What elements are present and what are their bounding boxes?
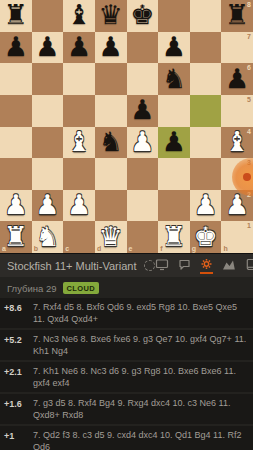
pv-row-3[interactable]: +2.17. Kh1 Ne6 8. Nc3 d6 9. g3 Rg8 10. B… <box>0 362 253 392</box>
white-bishop-piece: ♝ <box>225 127 249 158</box>
black-king-piece: ♚ <box>130 0 154 31</box>
board-square-g3[interactable] <box>190 158 222 190</box>
file-label: h <box>223 245 227 252</box>
board-square-d7[interactable]: ♟ <box>95 32 127 64</box>
board-square-h5[interactable]: 5 <box>221 95 253 127</box>
black-pawn-piece: ♟ <box>99 32 123 63</box>
board-square-g5[interactable] <box>190 95 222 127</box>
black-knight-piece: ♞ <box>99 127 123 158</box>
header-icons <box>155 258 253 274</box>
board-square-b2[interactable]: ♟ <box>32 190 64 222</box>
board-square-c6[interactable] <box>63 63 95 95</box>
board-square-c1[interactable]: c <box>63 221 95 253</box>
board-square-h6[interactable]: ♟6 <box>221 63 253 95</box>
black-pawn-piece: ♟ <box>162 32 186 63</box>
cloud-badge: CLOUD <box>63 282 100 294</box>
white-pawn-piece: ♟ <box>130 127 154 158</box>
board-square-e4[interactable]: ♟ <box>127 127 159 159</box>
black-pawn-piece: ♟ <box>130 95 154 126</box>
pv-moves: 7. Kh1 Ne6 8. Nc3 d6 9. g3 Rg8 10. Bxe6 … <box>33 365 248 389</box>
black-knight-piece: ♞ <box>162 64 186 95</box>
pv-eval: +5.2 <box>4 333 33 357</box>
board-square-h4[interactable]: ♝4 <box>221 127 253 159</box>
black-rook-piece: ♜ <box>4 0 28 31</box>
board-square-f2[interactable] <box>158 190 190 222</box>
board-square-e1[interactable]: e <box>127 221 159 253</box>
board-square-d3[interactable] <box>95 158 127 190</box>
board-square-a7[interactable]: ♟ <box>0 32 32 64</box>
gear-icon[interactable] <box>200 258 213 274</box>
board-square-e7[interactable] <box>127 32 159 64</box>
board-square-f4[interactable]: ♟ <box>158 127 190 159</box>
black-queen-piece: ♛ <box>99 0 123 31</box>
file-label: e <box>129 245 133 252</box>
board-square-c3[interactable] <box>63 158 95 190</box>
pv-row-1[interactable]: +8.67. Rxf4 d5 8. Bxf6 Qd6 9. exd5 Rg8 1… <box>0 298 253 328</box>
file-label: c <box>65 245 69 252</box>
rank-label: 7 <box>247 33 251 40</box>
board-square-c5[interactable] <box>63 95 95 127</box>
board-square-g8[interactable] <box>190 0 222 32</box>
board-square-b8[interactable] <box>32 0 64 32</box>
book-icon[interactable] <box>245 258 253 274</box>
board-square-c4[interactable]: ♝ <box>63 127 95 159</box>
board-square-e6[interactable] <box>127 63 159 95</box>
board-square-a5[interactable] <box>0 95 32 127</box>
chart-icon[interactable] <box>222 258 236 274</box>
pv-moves: 7. Rxf4 d5 8. Bxf6 Qd6 9. exd5 Rg8 10. B… <box>33 301 248 325</box>
engine-header: Stockfish 11+ Multi-Variant <box>0 253 253 277</box>
board-square-a1[interactable]: ♜a <box>0 221 32 253</box>
board-square-a8[interactable]: ♜ <box>0 0 32 32</box>
board-square-b5[interactable] <box>32 95 64 127</box>
pv-eval: +2.1 <box>4 365 33 389</box>
board-square-b7[interactable]: ♟ <box>32 32 64 64</box>
pv-eval: +8.6 <box>4 301 33 325</box>
analysis-screen: { "game": "chess", "position": { "fen": … <box>0 0 253 450</box>
board-square-g7[interactable] <box>190 32 222 64</box>
loading-spinner-icon <box>144 260 155 271</box>
black-rook-piece: ♜ <box>225 0 249 31</box>
black-pawn-piece: ♟ <box>35 32 59 63</box>
white-pawn-piece: ♟ <box>4 190 28 221</box>
pv-list: +8.67. Rxf4 d5 8. Bxf6 Qd6 9. exd5 Rg8 1… <box>0 298 253 450</box>
board-square-g1[interactable]: ♚g <box>190 221 222 253</box>
board-square-f6[interactable]: ♞ <box>158 63 190 95</box>
board-square-b4[interactable] <box>32 127 64 159</box>
white-queen-piece: ♛ <box>99 222 123 253</box>
white-king-piece: ♚ <box>193 222 217 253</box>
black-pawn-piece: ♟ <box>67 32 91 63</box>
black-bishop-piece: ♝ <box>67 0 91 31</box>
board-square-c2[interactable]: ♟ <box>63 190 95 222</box>
black-pawn-piece: ♟ <box>162 127 186 158</box>
board-square-f8[interactable] <box>158 0 190 32</box>
board-square-a6[interactable] <box>0 63 32 95</box>
board-square-f7[interactable]: ♟ <box>158 32 190 64</box>
board-square-e5[interactable]: ♟ <box>127 95 159 127</box>
chess-board: ♜♝♛♚♜8♟♟♟♟♟7♞♟6♟5♝♞♟♟♝43♟♟♟♟♟2♜a♞bc♛de♜f… <box>0 0 253 253</box>
board-square-d2[interactable] <box>95 190 127 222</box>
white-pawn-piece: ♟ <box>67 190 91 221</box>
board-square-f5[interactable] <box>158 95 190 127</box>
white-pawn-piece: ♟ <box>35 190 59 221</box>
board-square-g4[interactable] <box>190 127 222 159</box>
pv-moves: 7. Nc3 Ne6 8. Bxe6 fxe6 9. g3 Qe7 10. gx… <box>33 333 248 357</box>
board-square-d4[interactable]: ♞ <box>95 127 127 159</box>
board-square-e8[interactable]: ♚ <box>127 0 159 32</box>
black-pawn-piece: ♟ <box>225 64 249 95</box>
rank-label: 5 <box>247 96 251 103</box>
board-square-h8[interactable]: ♜8 <box>221 0 253 32</box>
board-square-f1[interactable]: ♜f <box>158 221 190 253</box>
board-square-h7[interactable]: 7 <box>221 32 253 64</box>
white-rook-piece: ♜ <box>4 222 28 253</box>
depth-label: Глубина 29 <box>7 283 57 294</box>
pv-eval: +1 <box>4 429 33 450</box>
white-bishop-piece: ♝ <box>67 127 91 158</box>
board-square-a3[interactable] <box>0 158 32 190</box>
board-square-a4[interactable] <box>0 127 32 159</box>
white-knight-piece: ♞ <box>35 222 59 253</box>
board-square-c7[interactable]: ♟ <box>63 32 95 64</box>
board-square-d8[interactable]: ♛ <box>95 0 127 32</box>
board-square-d6[interactable] <box>95 63 127 95</box>
board-square-b1[interactable]: ♞b <box>32 221 64 253</box>
pv-row-5[interactable]: +17. Qd2 f3 8. c3 d5 9. cxd4 dxc4 10. Qd… <box>0 426 253 450</box>
white-pawn-piece: ♟ <box>193 190 217 221</box>
engine-title: Stockfish 11+ Multi-Variant <box>7 260 137 272</box>
board-square-g6[interactable] <box>190 63 222 95</box>
pv-moves: 7. g3 d5 8. Rxf4 Bg4 9. Rxg4 dxc4 10. c3… <box>33 397 248 421</box>
board-square-d5[interactable] <box>95 95 127 127</box>
rank-label: 1 <box>247 222 251 229</box>
board-square-e2[interactable] <box>127 190 159 222</box>
board-square-a2[interactable]: ♟ <box>0 190 32 222</box>
board-square-h1[interactable]: 1h <box>221 221 253 253</box>
depth-row: Глубина 29 CLOUD <box>0 277 253 298</box>
pv-row-4[interactable]: +1.67. g3 d5 8. Rxf4 Bg4 9. Rxg4 dxc4 10… <box>0 394 253 424</box>
pv-moves: 7. Qd2 f3 8. c3 d5 9. cxd4 dxc4 10. Qd1 … <box>33 429 248 450</box>
black-pawn-piece: ♟ <box>4 32 28 63</box>
monitor-icon[interactable] <box>155 258 169 274</box>
board-square-b6[interactable] <box>32 63 64 95</box>
board-square-e3[interactable] <box>127 158 159 190</box>
chat-icon[interactable] <box>178 258 191 274</box>
pv-row-2[interactable]: +5.27. Nc3 Ne6 8. Bxe6 fxe6 9. g3 Qe7 10… <box>0 330 253 360</box>
board-square-f3[interactable] <box>158 158 190 190</box>
pv-eval: +1.6 <box>4 397 33 421</box>
white-rook-piece: ♜ <box>162 222 186 253</box>
board-square-c8[interactable]: ♝ <box>63 0 95 32</box>
board-square-d1[interactable]: ♛d <box>95 221 127 253</box>
board-square-g2[interactable]: ♟ <box>190 190 222 222</box>
board-square-b3[interactable] <box>32 158 64 190</box>
